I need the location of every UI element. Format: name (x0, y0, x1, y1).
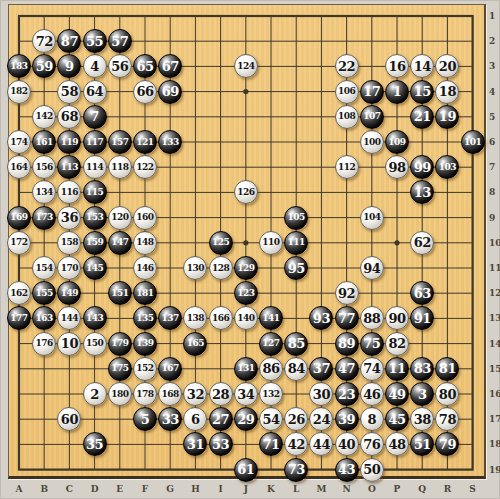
col-label-K: K (267, 484, 275, 494)
col-label-G: G (166, 484, 174, 494)
col-label-L: L (293, 484, 299, 494)
stone-white-178-F16: 178 (133, 382, 157, 406)
stone-white-84-L15: 84 (284, 357, 308, 381)
stone-white-120-E9: 120 (108, 206, 132, 230)
stone-white-154-B11: 154 (32, 256, 56, 280)
stone-black-47-N15: 47 (335, 357, 359, 381)
col-label-D: D (91, 484, 99, 494)
col-label-P: P (394, 484, 401, 494)
row-label-19: 19 (489, 465, 500, 475)
stone-black-111-L10: 111 (284, 231, 308, 255)
row-label-16: 16 (489, 389, 500, 399)
row-label-4: 4 (489, 87, 495, 97)
row-label-8: 8 (489, 187, 495, 197)
stone-black-167-G15: 167 (158, 357, 182, 381)
stone-white-98-P7: 98 (385, 155, 409, 179)
stone-white-164-A7: 164 (7, 155, 31, 179)
col-label-A: A (16, 484, 23, 494)
stone-black-153-D9: 153 (83, 206, 107, 230)
col-label-Q: Q (418, 484, 426, 494)
row-label-6: 6 (489, 137, 495, 147)
stone-black-43-N19: 43 (335, 458, 359, 482)
stone-black-11-P15: 11 (385, 357, 409, 381)
stone-black-157-E6: 157 (108, 130, 132, 154)
stone-white-66-F4: 66 (133, 80, 157, 104)
stone-black-127-K14: 127 (259, 332, 283, 356)
col-label-R: R (444, 484, 451, 494)
stone-white-182-A4: 182 (7, 80, 31, 104)
stone-white-112-N7: 112 (335, 155, 359, 179)
stone-white-148-F10: 148 (133, 231, 157, 255)
stone-white-40-N18: 40 (335, 432, 359, 456)
stone-white-106-N4: 106 (335, 80, 359, 104)
stone-black-143-D13: 143 (83, 306, 107, 330)
stone-black-151-E12: 151 (108, 281, 132, 305)
stone-black-69-G4: 69 (158, 80, 182, 104)
stone-white-142-B5: 142 (32, 105, 56, 129)
stone-white-10-C14: 10 (57, 332, 81, 356)
row-label-1: 1 (489, 11, 495, 21)
stone-black-61-J19: 61 (234, 458, 258, 482)
stone-black-3-Q16: 3 (410, 382, 434, 406)
stone-white-152-F15: 152 (133, 357, 157, 381)
stone-black-21-Q5: 21 (410, 105, 434, 129)
stone-white-110-K10: 110 (259, 231, 283, 255)
stone-white-50-O19: 50 (360, 458, 384, 482)
stone-black-175-E15: 175 (108, 357, 132, 381)
stone-white-108-N5: 108 (335, 105, 359, 129)
stone-white-58-C4: 58 (57, 80, 81, 104)
stone-black-73-L19: 73 (284, 458, 308, 482)
star-point-J10 (243, 240, 248, 245)
stone-black-101-S6: 101 (461, 130, 485, 154)
col-label-C: C (66, 484, 73, 494)
col-label-J: J (244, 484, 248, 494)
stone-black-39-N17: 39 (335, 407, 359, 431)
stone-black-109-P6: 109 (385, 130, 409, 154)
stone-white-36-C9: 36 (57, 206, 81, 230)
stone-black-7-D5: 7 (83, 105, 107, 129)
stone-white-166-I13: 166 (209, 306, 233, 330)
col-label-E: E (116, 484, 123, 494)
stone-black-133-G6: 133 (158, 130, 182, 154)
row-label-5: 5 (489, 112, 495, 122)
row-label-10: 10 (489, 238, 500, 248)
stone-black-159-D10: 159 (83, 231, 107, 255)
stone-white-62-Q10: 62 (410, 231, 434, 255)
stone-black-89-N14: 89 (335, 332, 359, 356)
stone-black-161-B6: 161 (32, 130, 56, 154)
row-label-18: 18 (489, 439, 500, 449)
row-label-17: 17 (489, 414, 500, 424)
row-label-15: 15 (489, 364, 500, 374)
stone-black-45-P17: 45 (385, 407, 409, 431)
stone-white-92-N12: 92 (335, 281, 359, 305)
stone-white-46-O16: 46 (360, 382, 384, 406)
stone-black-15-Q4: 15 (410, 80, 434, 104)
stone-white-94-O11: 94 (360, 256, 384, 280)
row-label-2: 2 (489, 36, 495, 46)
row-label-13: 13 (489, 313, 500, 323)
stone-black-107-O5: 107 (360, 105, 384, 129)
stone-white-176-B14: 176 (32, 332, 56, 356)
col-label-B: B (40, 484, 48, 494)
row-label-12: 12 (489, 288, 500, 298)
stone-white-160-F9: 160 (133, 206, 157, 230)
stone-black-17-O4: 17 (360, 80, 384, 104)
col-label-N: N (342, 484, 350, 494)
stone-white-100-O6: 100 (360, 130, 384, 154)
stone-white-4-D3: 4 (83, 54, 107, 78)
stone-white-34-J16: 34 (234, 382, 258, 406)
stone-black-115-D8: 115 (83, 180, 107, 204)
stone-white-172-A10: 172 (7, 231, 31, 255)
row-label-11: 11 (489, 263, 500, 273)
row-label-14: 14 (489, 339, 500, 349)
stone-white-132-K16: 132 (259, 382, 283, 406)
stone-black-125-I10: 125 (209, 231, 233, 255)
stone-black-1-P4: 1 (385, 80, 409, 104)
stone-white-22-N3: 22 (335, 54, 359, 78)
stone-black-105-L9: 105 (284, 206, 308, 230)
stone-black-147-E10: 147 (108, 231, 132, 255)
stone-black-145-D11: 145 (83, 256, 107, 280)
stone-black-55-D2: 55 (83, 29, 107, 53)
stone-black-5-F17: 5 (133, 407, 157, 431)
stone-black-57-E2: 57 (108, 29, 132, 53)
col-label-S: S (469, 484, 476, 494)
go-board[interactable]: 1234567891011131415161718192021222324262… (8, 4, 486, 479)
stone-black-165-H14: 165 (183, 332, 207, 356)
stone-black-121-F6: 121 (133, 130, 157, 154)
stone-black-181-F12: 181 (133, 281, 157, 305)
stone-black-27-I17: 27 (209, 407, 233, 431)
stone-white-82-P14: 82 (385, 332, 409, 356)
star-point-P10 (394, 240, 399, 245)
col-label-H: H (191, 484, 200, 494)
stone-white-174-A6: 174 (7, 130, 31, 154)
stone-black-169-A9: 169 (7, 206, 31, 230)
stone-white-146-F11: 146 (133, 256, 157, 280)
stone-white-122-F7: 122 (133, 155, 157, 179)
stone-black-75-O14: 75 (360, 332, 384, 356)
stone-black-117-D6: 117 (83, 130, 107, 154)
stone-black-77-N13: 77 (335, 306, 359, 330)
stone-white-18-R4: 18 (435, 80, 459, 104)
stone-white-54-K17: 54 (259, 407, 283, 431)
stone-black-123-J12: 123 (234, 281, 258, 305)
stone-white-114-D7: 114 (83, 155, 107, 179)
stone-black-23-N16: 23 (335, 382, 359, 406)
stone-black-173-B9: 173 (32, 206, 56, 230)
stone-black-179-E14: 179 (108, 332, 132, 356)
go-kifu-screen: 1234567891011131415161718192021222324262… (0, 0, 500, 499)
stone-black-53-I18: 53 (209, 432, 233, 456)
stone-white-28-I16: 28 (209, 382, 233, 406)
stone-black-129-J11: 129 (234, 256, 258, 280)
stone-white-180-E16: 180 (108, 382, 132, 406)
stone-white-118-E7: 118 (108, 155, 132, 179)
stone-white-168-G16: 168 (158, 382, 182, 406)
col-label-O: O (368, 484, 376, 494)
row-label-9: 9 (489, 213, 495, 223)
stone-white-150-D14: 150 (83, 332, 107, 356)
stone-white-162-A12: 162 (7, 281, 31, 305)
row-label-7: 7 (489, 162, 495, 172)
stone-white-86-K15: 86 (259, 357, 283, 381)
stone-black-131-J15: 131 (234, 357, 258, 381)
stone-white-64-D4: 64 (83, 80, 107, 104)
stone-white-128-I11: 128 (209, 256, 233, 280)
col-label-I: I (218, 484, 222, 494)
stone-black-29-J17: 29 (234, 407, 258, 431)
stone-white-8-O17: 8 (360, 407, 384, 431)
stone-white-104-O9: 104 (360, 206, 384, 230)
col-label-M: M (316, 484, 326, 494)
row-label-3: 3 (489, 61, 495, 71)
star-point-J4 (243, 89, 248, 94)
stone-black-95-L11: 95 (284, 256, 308, 280)
stone-white-74-O15: 74 (360, 357, 384, 381)
stone-black-83-Q15: 83 (410, 357, 434, 381)
col-label-F: F (142, 484, 148, 494)
stone-black-139-F14: 139 (133, 332, 157, 356)
stone-black-49-P16: 49 (385, 382, 409, 406)
stone-black-85-L14: 85 (284, 332, 308, 356)
stone-white-2-D16: 2 (83, 382, 107, 406)
stone-black-35-D18: 35 (83, 432, 107, 456)
